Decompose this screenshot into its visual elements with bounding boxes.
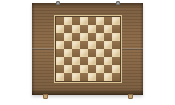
square-d6[interactable] <box>80 33 88 41</box>
square-e7[interactable] <box>88 25 96 33</box>
square-g2[interactable] <box>104 65 112 73</box>
square-a7[interactable] <box>56 25 64 33</box>
square-e8[interactable] <box>88 17 96 25</box>
square-f7[interactable] <box>96 25 104 33</box>
square-d5[interactable] <box>80 41 88 49</box>
square-h4[interactable] <box>112 49 120 57</box>
square-b2[interactable] <box>64 65 72 73</box>
square-g7[interactable] <box>104 25 112 33</box>
product-photo <box>0 0 175 105</box>
square-h6[interactable] <box>112 33 120 41</box>
square-a3[interactable] <box>56 57 64 65</box>
square-c6[interactable] <box>72 33 80 41</box>
square-g4[interactable] <box>104 49 112 57</box>
square-f1[interactable] <box>96 73 104 81</box>
square-d2[interactable] <box>80 65 88 73</box>
hinge-icon <box>116 1 120 5</box>
square-b4[interactable] <box>64 49 72 57</box>
square-d7[interactable] <box>80 25 88 33</box>
hinge-icon <box>56 1 60 5</box>
square-c5[interactable] <box>72 41 80 49</box>
square-g5[interactable] <box>104 41 112 49</box>
square-c8[interactable] <box>72 17 80 25</box>
square-g3[interactable] <box>104 57 112 65</box>
square-e6[interactable] <box>88 33 96 41</box>
square-h7[interactable] <box>112 25 120 33</box>
square-c4[interactable] <box>72 49 80 57</box>
foot-left <box>43 94 48 99</box>
square-a4[interactable] <box>56 49 64 57</box>
square-f5[interactable] <box>96 41 104 49</box>
square-c3[interactable] <box>72 57 80 65</box>
square-d3[interactable] <box>80 57 88 65</box>
square-d8[interactable] <box>80 17 88 25</box>
square-d1[interactable] <box>80 73 88 81</box>
square-c1[interactable] <box>72 73 80 81</box>
square-h3[interactable] <box>112 57 120 65</box>
square-b6[interactable] <box>64 33 72 41</box>
square-a5[interactable] <box>56 41 64 49</box>
square-a2[interactable] <box>56 65 64 73</box>
square-e1[interactable] <box>88 73 96 81</box>
square-g1[interactable] <box>104 73 112 81</box>
square-b7[interactable] <box>64 25 72 33</box>
square-h5[interactable] <box>112 41 120 49</box>
square-b1[interactable] <box>64 73 72 81</box>
board-inlay-border <box>54 15 122 83</box>
square-e5[interactable] <box>88 41 96 49</box>
box-edge-top <box>32 3 143 8</box>
square-d4[interactable] <box>80 49 88 57</box>
square-a1[interactable] <box>56 73 64 81</box>
square-f2[interactable] <box>96 65 104 73</box>
square-b8[interactable] <box>64 17 72 25</box>
square-g8[interactable] <box>104 17 112 25</box>
chess-board <box>56 17 120 81</box>
box-edge-bottom <box>32 89 143 95</box>
square-c2[interactable] <box>72 65 80 73</box>
square-b3[interactable] <box>64 57 72 65</box>
square-h2[interactable] <box>112 65 120 73</box>
square-f6[interactable] <box>96 33 104 41</box>
square-c7[interactable] <box>72 25 80 33</box>
square-h8[interactable] <box>112 17 120 25</box>
square-e2[interactable] <box>88 65 96 73</box>
square-f3[interactable] <box>96 57 104 65</box>
square-b5[interactable] <box>64 41 72 49</box>
square-f8[interactable] <box>96 17 104 25</box>
square-f4[interactable] <box>96 49 104 57</box>
square-e3[interactable] <box>88 57 96 65</box>
square-a8[interactable] <box>56 17 64 25</box>
foot-right <box>128 94 133 99</box>
square-e4[interactable] <box>88 49 96 57</box>
square-g6[interactable] <box>104 33 112 41</box>
square-a6[interactable] <box>56 33 64 41</box>
folding-chess-box <box>32 3 143 95</box>
square-h1[interactable] <box>112 73 120 81</box>
